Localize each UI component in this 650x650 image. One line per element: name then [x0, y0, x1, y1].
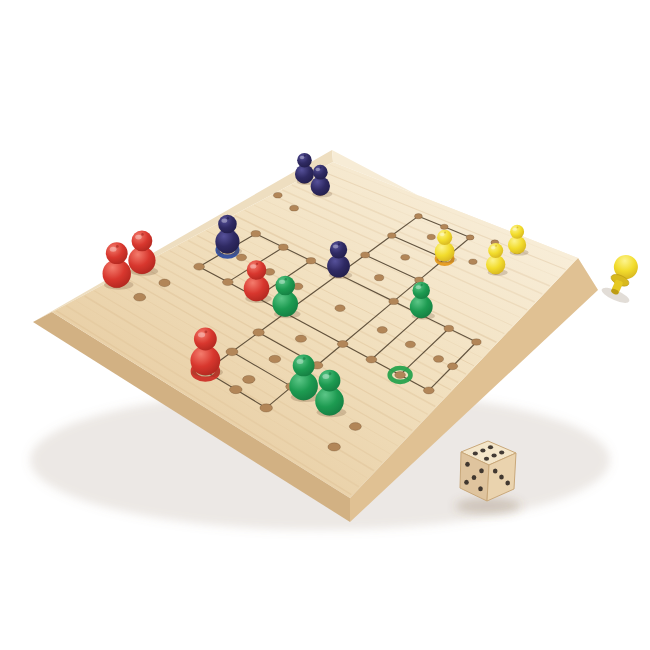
off-board-peg-yellow[interactable] [600, 251, 647, 306]
track-hole [361, 252, 370, 258]
track-hole [222, 279, 233, 286]
track-hole [389, 298, 399, 304]
home-hole [243, 375, 255, 383]
die-pip [465, 462, 470, 467]
die-pip [499, 475, 504, 480]
track-hole [472, 339, 482, 345]
die-pip [484, 457, 489, 461]
board [30, 150, 610, 530]
home-hole [401, 254, 410, 260]
die[interactable] [455, 441, 521, 514]
track-hole [260, 404, 273, 412]
track-hole [423, 387, 434, 394]
die-pip [479, 468, 484, 473]
track-hole [444, 325, 454, 331]
home-hole [405, 341, 415, 348]
die-pip [505, 481, 510, 486]
home-hole [377, 327, 387, 334]
home-hole [335, 305, 345, 312]
track-hole [253, 329, 264, 336]
base-hole-green [349, 423, 361, 431]
base-hole-red [134, 293, 146, 301]
base-hole-blue [290, 205, 299, 211]
track-hole [448, 363, 458, 370]
base-hole-red [159, 279, 170, 287]
track-hole [414, 214, 422, 219]
die-pip [488, 445, 493, 449]
die-pip [478, 486, 483, 491]
track-hole [466, 235, 474, 240]
track-hole [251, 230, 261, 236]
track-hole [440, 224, 448, 229]
die-pip [493, 469, 498, 474]
track-hole [306, 258, 316, 264]
die-pip [472, 475, 477, 480]
board-svg [0, 0, 650, 650]
track-hole [279, 244, 289, 250]
home-hole [269, 355, 281, 363]
home-hole [236, 254, 246, 261]
track-hole [366, 356, 377, 363]
die-pip [473, 452, 478, 456]
die-pip [492, 454, 497, 458]
home-hole [427, 234, 435, 239]
base-hole-green [328, 443, 341, 451]
die-pip [499, 451, 504, 455]
home-hole [433, 356, 443, 363]
base-hole-yellow [469, 259, 477, 264]
track-hole [395, 371, 406, 378]
track-hole [388, 233, 396, 239]
die-pip [464, 480, 469, 485]
track-hole [226, 348, 238, 356]
die-pip [480, 448, 485, 452]
ludo-board-photo [0, 0, 650, 650]
track-hole [194, 263, 205, 270]
track-hole [337, 341, 348, 348]
track-hole [229, 385, 242, 393]
home-hole [374, 275, 383, 281]
peg-red[interactable] [103, 242, 134, 289]
home-hole [295, 335, 306, 342]
base-hole-blue [274, 192, 283, 198]
